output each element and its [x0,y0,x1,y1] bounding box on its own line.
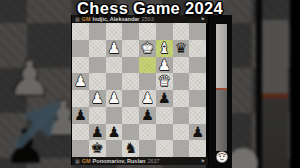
eval-bar-black-section [216,90,227,152]
square-f6[interactable] [106,107,123,124]
square-d7[interactable] [139,124,156,141]
white-pawn[interactable]: ♟ [106,90,123,107]
square-d3[interactable] [139,57,156,74]
square-f2[interactable]: ♟ [106,40,123,57]
square-a5[interactable] [189,90,206,107]
white-pawn[interactable]: ♟ [139,90,156,107]
square-a3[interactable] [189,57,206,74]
square-f4[interactable] [106,73,123,90]
square-a8[interactable] [189,140,206,157]
square-d4[interactable] [139,73,156,90]
square-b4[interactable] [173,73,190,90]
grid-icon: ▦ [75,157,80,165]
square-e2[interactable] [122,40,139,57]
square-b7[interactable] [173,124,190,141]
face-avatar-icon [216,151,228,163]
white-pawn[interactable]: ♟ [106,40,123,57]
square-e5[interactable] [122,90,139,107]
flag-icon: ⚑ [201,157,205,165]
white-pawn[interactable]: ♟ [72,73,89,90]
avatar [216,149,228,161]
square-c4[interactable]: ♛ [156,73,173,90]
square-f8[interactable] [106,140,123,157]
square-c2[interactable]: ♝ [156,40,173,57]
square-a7[interactable]: ♟ [189,124,206,141]
square-g3[interactable] [89,57,106,74]
white-queen[interactable]: ♛ [156,73,173,90]
square-e7[interactable] [122,124,139,141]
square-e3[interactable] [122,57,139,74]
square-e8[interactable]: ♞ [122,140,139,157]
square-g4[interactable] [89,73,106,90]
square-e1[interactable] [122,23,139,40]
bg-black-edge [290,0,300,168]
white-pawn[interactable]: ♟ [156,57,173,74]
player-name-bottom: Ponomariov, Ruslan [93,157,146,165]
square-b5[interactable] [173,90,190,107]
square-d6[interactable]: ♟ [139,107,156,124]
square-h4[interactable]: ♟ [72,73,89,90]
game-panel: ▦ GM Indjic, Aleksandar 2593 ⚑ ♟♚♝♛♟♟♛♟♟… [71,15,209,165]
square-f1[interactable] [106,23,123,40]
square-c1[interactable] [156,23,173,40]
square-f5[interactable]: ♟ [106,90,123,107]
square-c8[interactable] [156,140,173,157]
square-g2[interactable] [89,40,106,57]
square-d2[interactable]: ♚ [139,40,156,57]
square-g8[interactable]: ♚ [89,140,106,157]
square-b6[interactable] [173,107,190,124]
square-f7[interactable]: ♟ [106,124,123,141]
black-queen[interactable]: ♛ [173,40,190,57]
white-bishop[interactable]: ♝ [156,40,173,57]
bg-move-arrow [10,98,66,154]
square-c3[interactable]: ♟ [156,57,173,74]
video-title: Chess Game 2024 [0,0,300,17]
square-e6[interactable] [122,107,139,124]
square-b8[interactable] [173,140,190,157]
square-c5[interactable]: ♟ [156,90,173,107]
square-h5[interactable] [72,90,89,107]
player-rating-bottom: 2637 [147,157,159,165]
player-bar-bottom: ▦ GM Ponomariov, Ruslan 2637 ⚑ [72,157,208,165]
square-d1[interactable] [139,23,156,40]
square-d5[interactable]: ♟ [139,90,156,107]
square-g7[interactable]: ♟ [89,124,106,141]
square-h3[interactable] [72,57,89,74]
square-g5[interactable]: ♟ [89,90,106,107]
white-pawn[interactable]: ♟ [89,90,106,107]
black-pawn[interactable]: ♟ [139,107,156,124]
square-b2[interactable]: ♛ [173,40,190,57]
square-h2[interactable] [72,40,89,57]
black-pawn[interactable]: ♟ [156,90,173,107]
square-a6[interactable] [189,107,206,124]
video-frame: ♟ ♟ ♟ Chess Game 2024 ▦ GM [0,0,300,168]
square-f3[interactable] [106,57,123,74]
square-g1[interactable] [89,23,106,40]
board: ♟♚♝♛♟♟♛♟♟♟♟♟♟♟♟♟♚♞ [72,23,206,157]
square-h7[interactable] [72,124,89,141]
square-b1[interactable] [173,23,190,40]
bg-eval-bar [262,20,288,168]
square-g6[interactable] [89,107,106,124]
player-title-badge-bottom: GM [82,157,91,165]
square-e4[interactable] [122,73,139,90]
square-b3[interactable] [173,57,190,74]
white-king[interactable]: ♚ [139,40,156,57]
black-pawn[interactable]: ♟ [89,124,106,141]
black-pawn[interactable]: ♟ [189,124,206,141]
black-pawn[interactable]: ♟ [72,107,89,124]
black-king[interactable]: ♚ [89,140,106,157]
square-h1[interactable] [72,23,89,40]
square-a4[interactable] [189,73,206,90]
square-c6[interactable] [156,107,173,124]
square-d8[interactable] [139,140,156,157]
square-c7[interactable] [156,124,173,141]
square-a1[interactable] [189,23,206,40]
square-a2[interactable] [189,40,206,57]
black-pawn[interactable]: ♟ [106,124,123,141]
eval-bar-white-section [216,24,227,88]
black-knight[interactable]: ♞ [122,140,139,157]
square-h8[interactable] [72,140,89,157]
eval-bar [216,24,227,151]
square-h6[interactable]: ♟ [72,107,89,124]
